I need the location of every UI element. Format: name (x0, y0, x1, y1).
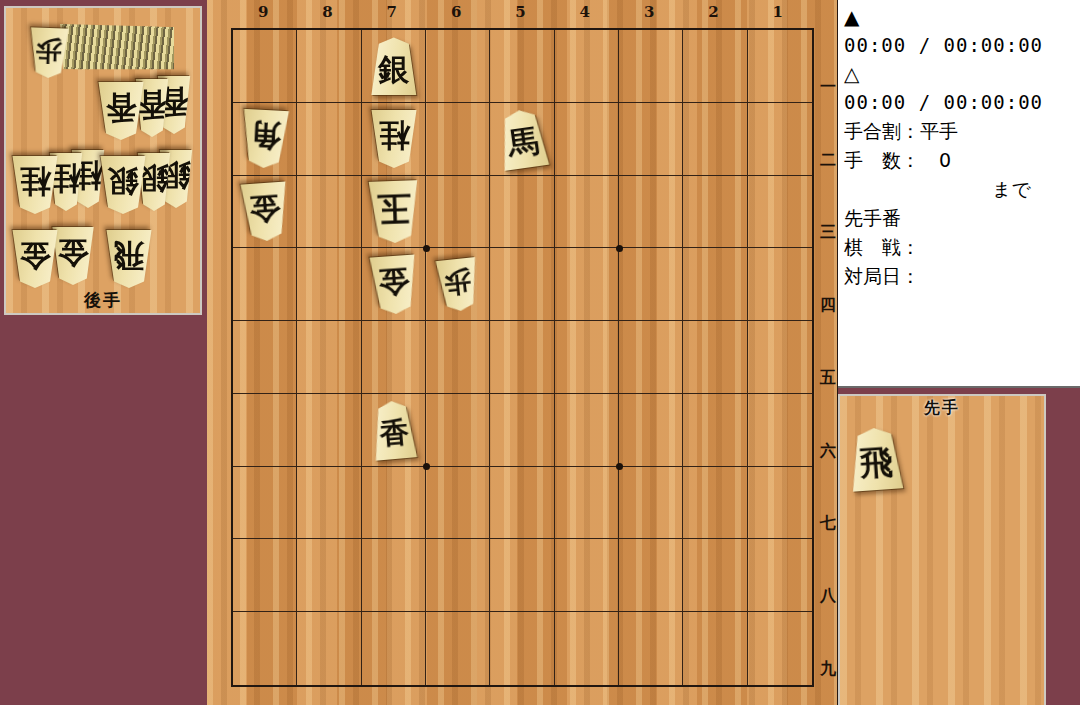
board-cell-4-2[interactable] (555, 103, 619, 176)
board-cell-1-1[interactable] (748, 30, 812, 103)
board-cell-4-1[interactable] (555, 30, 619, 103)
board-cell-8-2[interactable] (297, 103, 361, 176)
board-cell-3-2[interactable] (619, 103, 683, 176)
gote-clock: 00:00 / 00:00:00 (844, 88, 1080, 117)
board-cell-8-7[interactable] (297, 467, 361, 540)
piece-face: 飛 (104, 230, 154, 288)
rank-label-4: 四 (816, 295, 840, 316)
board-cell-9-7[interactable] (233, 467, 297, 540)
star-point (616, 463, 623, 470)
piece-face: 金 (10, 230, 60, 288)
rank-label-9: 九 (816, 659, 840, 680)
board-cell-9-4[interactable] (233, 248, 297, 321)
sente-hand-piece-rook-1[interactable]: 飛 (846, 426, 906, 492)
board-cell-9-9[interactable] (233, 612, 297, 685)
board-piece-5-2-sente-promoted-bishop[interactable]: 馬 (494, 107, 552, 171)
board-cell-1-9[interactable] (748, 612, 812, 685)
board-cell-7-8[interactable] (362, 539, 426, 612)
file-label-5: 5 (488, 3, 552, 25)
gote-hand-piece-rook-1[interactable]: 飛 (104, 230, 154, 288)
board-cell-2-6[interactable] (683, 394, 747, 467)
piece-face: 角 (239, 109, 292, 170)
sente-tray-label: 先手 (840, 398, 1044, 419)
file-label-2: 2 (681, 3, 745, 25)
board-cell-5-9[interactable] (490, 612, 554, 685)
gote-hand-rook-group[interactable]: 飛 (104, 222, 174, 294)
board-cell-3-5[interactable] (619, 321, 683, 394)
board-cell-5-3[interactable] (490, 176, 554, 249)
rank-label-5: 五 (816, 368, 840, 389)
board-cell-2-8[interactable] (683, 539, 747, 612)
board-cell-1-8[interactable] (748, 539, 812, 612)
board-cell-4-6[interactable] (555, 394, 619, 467)
gote-mark-icon: △ (844, 60, 1080, 88)
gote-hand-piece-silver-1[interactable]: 銀 (98, 156, 148, 214)
board-cell-3-1[interactable] (619, 30, 683, 103)
gote-tray-label: 後手 (6, 289, 200, 312)
rank-label-6: 六 (816, 441, 840, 462)
gote-hand-piece-knight-1[interactable]: 桂 (10, 156, 60, 214)
board-cell-6-3[interactable] (426, 176, 490, 249)
board-cell-1-6[interactable] (748, 394, 812, 467)
board-block: 987654321 一二三四五六七八九 銀角桂馬金玉金歩香 (207, 0, 838, 705)
piece-face: 歩 (434, 257, 483, 313)
board-cell-1-2[interactable] (748, 103, 812, 176)
shogi-app-window: 歩 香香香 桂桂桂 銀銀銀 金金 飛 後手 987654321 一二三四五六七八… (0, 0, 1080, 705)
piece-kanji: 飛 (859, 444, 894, 479)
gote-hand-piece-gold-1[interactable]: 金 (10, 230, 60, 288)
board-cell-1-5[interactable] (748, 321, 812, 394)
piece-face: 香 (368, 399, 419, 461)
board-cell-3-8[interactable] (619, 539, 683, 612)
board-cell-3-3[interactable] (619, 176, 683, 249)
board-cell-8-1[interactable] (297, 30, 361, 103)
board-cell-8-9[interactable] (297, 612, 361, 685)
board-cell-2-9[interactable] (683, 612, 747, 685)
board-cell-6-6[interactable] (426, 394, 490, 467)
made-label: まで (844, 175, 1080, 204)
board-cell-3-4[interactable] (619, 248, 683, 321)
board-cell-5-1[interactable] (490, 30, 554, 103)
board-cell-4-5[interactable] (555, 321, 619, 394)
board-piece-7-1-sente-silver[interactable]: 銀 (369, 37, 419, 95)
file-label-3: 3 (617, 3, 681, 25)
board-cell-4-9[interactable] (555, 612, 619, 685)
handicap-line: 手合割：平手 (844, 117, 1080, 146)
star-point (423, 245, 430, 252)
sente-mark-icon: ▲ (844, 3, 1080, 31)
rank-label-1: 一 (816, 77, 840, 98)
rank-label-2: 二 (816, 150, 840, 171)
board-piece-6-4-gote-pawn[interactable]: 歩 (434, 257, 483, 313)
piece-kanji: 歩 (36, 37, 63, 64)
board-cell-4-7[interactable] (555, 467, 619, 540)
tournament-line: 棋 戦： (844, 233, 1080, 262)
board-cell-5-5[interactable] (490, 321, 554, 394)
board-cell-8-3[interactable] (297, 176, 361, 249)
file-label-1: 1 (746, 3, 810, 25)
board-cell-6-1[interactable] (426, 30, 490, 103)
piece-kanji: 歩 (443, 267, 473, 297)
piece-kanji: 銀 (108, 167, 139, 198)
file-label-6: 6 (424, 3, 488, 25)
piece-kanji: 桂 (378, 121, 409, 152)
board-cell-4-3[interactable] (555, 176, 619, 249)
piece-kanji: 金 (377, 265, 410, 298)
board-piece-9-3-gote-gold[interactable]: 金 (238, 181, 292, 242)
board-cell-9-1[interactable] (233, 30, 297, 103)
piece-face: 桂 (10, 156, 60, 214)
board-cell-5-8[interactable] (490, 539, 554, 612)
board-cell-1-3[interactable] (748, 176, 812, 249)
piece-kanji: 金 (248, 193, 281, 226)
board-cell-2-3[interactable] (683, 176, 747, 249)
board-cell-6-9[interactable] (426, 612, 490, 685)
board-cell-6-5[interactable] (426, 321, 490, 394)
file-coordinate-labels: 987654321 (231, 3, 810, 25)
pawn-stack-fan (60, 21, 174, 75)
board-cell-6-8[interactable] (426, 539, 490, 612)
board-cell-2-2[interactable] (683, 103, 747, 176)
board-cell-6-2[interactable] (426, 103, 490, 176)
board-piece-9-2-gote-bishop[interactable]: 角 (239, 109, 292, 170)
file-label-9: 9 (231, 3, 295, 25)
piece-face: 馬 (494, 107, 552, 171)
board-cell-8-5[interactable] (297, 321, 361, 394)
rank-label-8: 八 (816, 586, 840, 607)
piece-face: 香 (96, 82, 146, 140)
file-label-7: 7 (360, 3, 424, 25)
board-cell-9-8[interactable] (233, 539, 297, 612)
file-label-8: 8 (295, 3, 359, 25)
board-cell-8-4[interactable] (297, 248, 361, 321)
piece-face: 桂 (369, 110, 419, 168)
board-cell-4-8[interactable] (555, 539, 619, 612)
piece-kanji: 角 (249, 120, 282, 153)
board-cell-7-9[interactable] (362, 612, 426, 685)
board-cell-3-9[interactable] (619, 612, 683, 685)
turn-indicator: 先手番 (844, 204, 1080, 233)
piece-kanji: 香 (106, 93, 137, 124)
board-cell-2-7[interactable] (683, 467, 747, 540)
piece-kanji: 銀 (378, 54, 409, 85)
board-cell-1-7[interactable] (748, 467, 812, 540)
board-cell-2-5[interactable] (683, 321, 747, 394)
piece-face: 歩 (27, 27, 71, 78)
board-piece-7-6-sente-lance[interactable]: 香 (368, 399, 419, 461)
piece-face: 金 (238, 181, 292, 242)
piece-kanji: 馬 (505, 124, 540, 159)
move-count-line: 手 数： 0 (844, 146, 1080, 175)
board-cell-3-7[interactable] (619, 467, 683, 540)
piece-face: 銀 (369, 37, 419, 95)
piece-face: 飛 (846, 426, 906, 492)
board-cell-7-7[interactable] (362, 467, 426, 540)
rank-label-7: 七 (816, 513, 840, 534)
board-cell-2-4[interactable] (683, 248, 747, 321)
shogi-board-grid: 銀角桂馬金玉金歩香 (231, 28, 814, 687)
game-info-panel: ▲ 00:00 / 00:00:00 △ 00:00 / 00:00:00 手合… (838, 0, 1080, 388)
piece-face: 玉 (366, 180, 422, 244)
board-cell-5-6[interactable] (490, 394, 554, 467)
board-cell-4-4[interactable] (555, 248, 619, 321)
board-cell-8-6[interactable] (297, 394, 361, 467)
piece-kanji: 香 (378, 417, 409, 448)
gote-hand-pawn-group[interactable]: 歩 (28, 20, 180, 82)
game-date-line: 対局日： (844, 262, 1080, 291)
rank-label-3: 三 (816, 222, 840, 243)
sente-clock: 00:00 / 00:00:00 (844, 31, 1080, 60)
piece-kanji: 玉 (376, 191, 411, 226)
gote-hand-gold-group[interactable]: 金金 (10, 222, 110, 294)
board-cell-5-7[interactable] (490, 467, 554, 540)
board-cell-9-6[interactable] (233, 394, 297, 467)
board-cell-5-4[interactable] (490, 248, 554, 321)
piece-kanji: 桂 (20, 167, 51, 198)
sente-captured-tray: 先手 飛 (838, 394, 1046, 705)
board-piece-7-3-gote-king[interactable]: 玉 (366, 180, 422, 244)
piece-face: 銀 (98, 156, 148, 214)
board-cell-6-7[interactable] (426, 467, 490, 540)
piece-kanji: 飛 (114, 241, 145, 272)
gote-hand-lance-group[interactable]: 香香香 (96, 74, 200, 144)
gote-hand-piece-lance-1[interactable]: 香 (96, 82, 146, 140)
board-cell-1-4[interactable] (748, 248, 812, 321)
board-cell-9-5[interactable] (233, 321, 297, 394)
board-cell-3-6[interactable] (619, 394, 683, 467)
sente-hand-rook-group[interactable]: 飛 (848, 420, 918, 492)
board-cell-2-1[interactable] (683, 30, 747, 103)
star-point (423, 463, 430, 470)
board-piece-7-4-gote-gold[interactable]: 金 (367, 254, 421, 315)
file-label-4: 4 (553, 3, 617, 25)
gote-captured-tray: 歩 香香香 桂桂桂 銀銀銀 金金 飛 後手 (4, 6, 202, 315)
board-piece-7-2-gote-knight[interactable]: 桂 (369, 110, 419, 168)
piece-kanji: 金 (20, 241, 51, 272)
gote-hand-piece-pawn[interactable]: 歩 (27, 27, 71, 78)
gote-hand-silver-group[interactable]: 銀銀銀 (98, 148, 202, 218)
star-point (616, 245, 623, 252)
piece-face: 金 (367, 254, 421, 315)
piece-kanji: 金 (58, 238, 89, 269)
board-cell-7-5[interactable] (362, 321, 426, 394)
board-cell-8-8[interactable] (297, 539, 361, 612)
